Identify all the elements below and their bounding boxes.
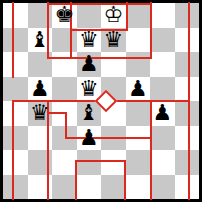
square-g4[interactable]: ♟ [150,101,175,126]
square-h3[interactable] [175,126,200,151]
square-c6[interactable] [52,52,77,77]
square-e5[interactable] [101,77,126,102]
square-h4[interactable] [175,101,200,126]
square-b3[interactable] [28,126,53,151]
square-c1[interactable] [52,175,77,200]
square-e8[interactable]: ♔ [101,3,126,28]
square-h7[interactable] [175,28,200,53]
piece-black-queen-d5[interactable]: ♛ [79,77,99,102]
square-g5[interactable] [150,77,175,102]
square-d8[interactable] [77,3,102,28]
piece-black-king-c8[interactable]: ♚ [54,3,74,28]
piece-black-bishop-d4[interactable]: ♝ [79,101,99,126]
square-d7[interactable]: ♛ [77,28,102,53]
square-c7[interactable] [52,28,77,53]
square-h8[interactable] [175,3,200,28]
square-e6[interactable] [101,52,126,77]
square-a6[interactable] [3,52,28,77]
piece-white-king-e8[interactable]: ♔ [103,3,123,28]
square-f8[interactable] [126,3,151,28]
square-f5[interactable]: ♟ [126,77,151,102]
square-f4[interactable] [126,101,151,126]
square-h2[interactable] [175,150,200,175]
square-g8[interactable] [150,3,175,28]
piece-black-queen-e7[interactable]: ♛ [103,28,123,53]
square-c5[interactable] [52,77,77,102]
square-b8[interactable] [28,3,53,28]
square-a4[interactable] [3,101,28,126]
square-a8[interactable] [3,3,28,28]
square-e1[interactable] [101,175,126,200]
square-f6[interactable] [126,52,151,77]
piece-black-pawn-d3[interactable]: ♟ [79,126,99,151]
square-f2[interactable] [126,150,151,175]
piece-black-pawn-g4[interactable]: ♟ [152,101,172,126]
square-d4[interactable]: ♝ [77,101,102,126]
square-c2[interactable] [52,150,77,175]
square-a7[interactable] [3,28,28,53]
square-c3[interactable] [52,126,77,151]
square-g7[interactable] [150,28,175,53]
square-a1[interactable] [3,175,28,200]
chess-board: ♚♔♝♛♛♟♟♛♟♛♝♟♟ [3,3,199,199]
square-g6[interactable] [150,52,175,77]
square-c8[interactable]: ♚ [52,3,77,28]
square-d5[interactable]: ♛ [77,77,102,102]
square-g3[interactable] [150,126,175,151]
square-g1[interactable] [150,175,175,200]
square-a3[interactable] [3,126,28,151]
piece-black-pawn-d6[interactable]: ♟ [79,52,99,77]
square-e7[interactable]: ♛ [101,28,126,53]
piece-black-queen-b4[interactable]: ♛ [30,101,50,126]
square-b1[interactable] [28,175,53,200]
square-b4[interactable]: ♛ [28,101,53,126]
square-a5[interactable] [3,77,28,102]
square-f7[interactable] [126,28,151,53]
piece-black-pawn-f5[interactable]: ♟ [128,77,148,102]
square-g2[interactable] [150,150,175,175]
square-d3[interactable]: ♟ [77,126,102,151]
square-d2[interactable] [77,150,102,175]
square-b2[interactable] [28,150,53,175]
square-b5[interactable]: ♟ [28,77,53,102]
square-b6[interactable] [28,52,53,77]
square-h5[interactable] [175,77,200,102]
square-d1[interactable] [77,175,102,200]
square-h1[interactable] [175,175,200,200]
square-e4[interactable] [101,101,126,126]
square-e3[interactable] [101,126,126,151]
square-c4[interactable] [52,101,77,126]
square-a2[interactable] [3,150,28,175]
chess-diagram: ♚♔♝♛♛♟♟♛♟♛♝♟♟ [0,0,202,202]
square-e2[interactable] [101,150,126,175]
square-d6[interactable]: ♟ [77,52,102,77]
piece-black-queen-d7[interactable]: ♛ [79,28,99,53]
square-f1[interactable] [126,175,151,200]
square-f3[interactable] [126,126,151,151]
square-h6[interactable] [175,52,200,77]
board-frame: ♚♔♝♛♛♟♟♛♟♛♝♟♟ [0,0,202,202]
piece-black-pawn-b5[interactable]: ♟ [30,77,50,102]
square-b7[interactable]: ♝ [28,28,53,53]
piece-black-bishop-b7[interactable]: ♝ [30,28,50,53]
